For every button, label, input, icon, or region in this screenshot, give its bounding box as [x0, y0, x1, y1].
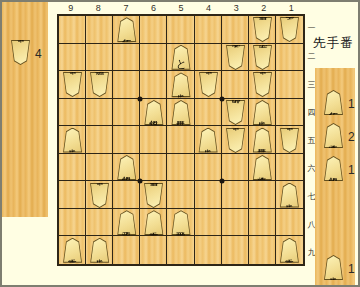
piece-face — [253, 129, 272, 152]
piece-face — [63, 129, 82, 152]
piece-tokin-sente[interactable]: と — [171, 45, 192, 70]
piece-face — [324, 157, 343, 180]
piece-face — [253, 156, 272, 179]
file-label: 6 — [140, 2, 168, 14]
piece-knight-gote[interactable]: 桂馬 — [143, 183, 164, 208]
piece-kanji-label: と — [176, 52, 187, 65]
piece-face — [90, 184, 109, 207]
piece-lance-sente[interactable]: 香車 — [143, 210, 164, 235]
piece-face — [324, 124, 343, 147]
piece-pawn-sente[interactable]: 歩兵 — [252, 100, 273, 125]
piece-face — [117, 18, 136, 41]
piece-pawn-gote[interactable]: 歩兵 — [89, 183, 110, 208]
piece-pawn-gote[interactable]: 歩兵 — [10, 40, 31, 65]
piece-gold-sente[interactable]: 金将 — [252, 155, 273, 180]
hoshi-dot — [138, 179, 143, 184]
pieces-layer: 角行桂馬香車と金将王将歩兵飛車歩兵歩兵歩兵銀将桂馬銀将歩兵歩兵歩兵歩兵桂馬歩兵銀… — [59, 16, 303, 264]
piece-face — [253, 101, 272, 124]
piece-pawn-sente[interactable]: 歩兵 — [89, 238, 110, 263]
hand-count: 1 — [348, 163, 360, 177]
piece-pawn-gote[interactable]: 歩兵 — [225, 128, 246, 153]
gote-captured-stand: 歩兵4 — [2, 2, 48, 217]
hoshi-dot — [219, 96, 224, 101]
piece-face — [324, 256, 343, 279]
file-label: 1 — [278, 2, 306, 14]
piece-rook-sente[interactable]: 飛車 — [171, 210, 192, 235]
hand-count: 2 — [348, 130, 360, 144]
hand-count: 4 — [35, 47, 49, 61]
piece-face — [253, 18, 272, 41]
hand-count: 1 — [348, 97, 360, 111]
piece-face — [63, 73, 82, 96]
piece-face — [172, 101, 191, 124]
piece-gold-sente[interactable]: 金将 — [323, 123, 344, 148]
piece-silver-gote[interactable]: 銀将 — [225, 100, 246, 125]
piece-face — [280, 18, 299, 41]
piece-pawn-sente[interactable]: 歩兵 — [198, 128, 219, 153]
hand-count: 1 — [348, 262, 360, 276]
piece-gold-gote[interactable]: 金将 — [225, 45, 246, 70]
file-coordinate-labels: 987654321 — [57, 2, 305, 14]
piece-pawn-gote[interactable]: 歩兵 — [252, 72, 273, 97]
piece-bishop-sente[interactable]: 角行 — [116, 17, 137, 42]
piece-face — [280, 129, 299, 152]
piece-silver-sente[interactable]: 銀将 — [323, 156, 344, 181]
piece-silver-sente[interactable]: 銀将 — [143, 100, 164, 125]
piece-face — [144, 101, 163, 124]
piece-face — [90, 73, 109, 96]
piece-lance-gote[interactable]: 香車 — [279, 17, 300, 42]
sente-captured-stand: 角行1金将2銀将1歩兵1 — [315, 68, 355, 285]
piece-face — [172, 211, 191, 234]
piece-face — [117, 156, 136, 179]
piece-face — [226, 46, 245, 69]
piece-knight-sente[interactable]: 桂馬 — [171, 100, 192, 125]
file-label: 3 — [222, 2, 250, 14]
file-label: 9 — [57, 2, 85, 14]
file-label: 5 — [167, 2, 195, 14]
piece-pawn-gote[interactable]: 歩兵 — [62, 72, 83, 97]
piece-face — [90, 239, 109, 262]
piece-face — [324, 91, 343, 114]
piece-face — [144, 211, 163, 234]
piece-pawn-sente[interactable]: 歩兵 — [171, 72, 192, 97]
piece-face — [117, 211, 136, 234]
piece-lance-sente[interactable]: 香車 — [62, 238, 83, 263]
piece-face — [172, 73, 191, 96]
file-label: 2 — [250, 2, 278, 14]
piece-face — [280, 239, 299, 262]
piece-face — [11, 41, 30, 64]
piece-face — [253, 73, 272, 96]
file-label: 8 — [85, 2, 113, 14]
turn-indicator: 先手番 — [313, 35, 354, 52]
piece-face — [280, 184, 299, 207]
piece-pawn-sente[interactable]: 歩兵 — [62, 128, 83, 153]
piece-pawn-sente[interactable]: 歩兵 — [323, 255, 344, 280]
piece-silver-sente[interactable]: 銀将 — [116, 155, 137, 180]
piece-face — [226, 129, 245, 152]
hoshi-dot — [138, 96, 143, 101]
piece-lance-sente[interactable]: 香車 — [279, 238, 300, 263]
piece-face — [226, 101, 245, 124]
piece-face — [199, 73, 218, 96]
hoshi-dot — [219, 179, 224, 184]
piece-knight-gote[interactable]: 桂馬 — [252, 17, 273, 42]
piece-pawn-gote[interactable]: 歩兵 — [279, 128, 300, 153]
file-label: 7 — [112, 2, 140, 14]
piece-bishop-sente[interactable]: 角行 — [323, 90, 344, 115]
piece-rook-gote[interactable]: 飛車 — [89, 72, 110, 97]
piece-face — [144, 184, 163, 207]
piece-king-gote[interactable]: 王将 — [252, 45, 273, 70]
piece-pawn-sente[interactable]: 歩兵 — [279, 183, 300, 208]
piece-knight-sente[interactable]: 桂馬 — [252, 128, 273, 153]
piece-face — [63, 239, 82, 262]
shogi-board: 角行桂馬香車と金将王将歩兵飛車歩兵歩兵歩兵銀将桂馬銀将歩兵歩兵歩兵歩兵桂馬歩兵銀… — [57, 14, 305, 266]
piece-face — [199, 129, 218, 152]
piece-king-sente[interactable]: 玉将 — [116, 210, 137, 235]
file-label: 4 — [195, 2, 223, 14]
piece-face — [253, 46, 272, 69]
shogi-app-window: 歩兵4 987654321 角行桂馬香車と金将王将歩兵飛車歩兵歩兵歩兵銀将桂馬銀… — [0, 0, 360, 287]
piece-pawn-gote[interactable]: 歩兵 — [198, 72, 219, 97]
